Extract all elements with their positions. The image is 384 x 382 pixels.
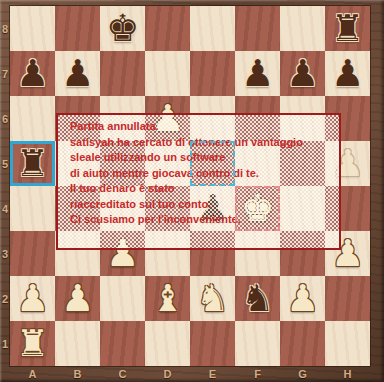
square-c8[interactable]: ♚ (100, 6, 145, 51)
square-b8[interactable] (55, 6, 100, 51)
piece-black-rook[interactable]: ♜ (325, 6, 370, 51)
square-g7[interactable]: ♟ (280, 51, 325, 96)
message-line: Partita annullata. (70, 119, 339, 135)
rank-label-3: 3 (0, 231, 10, 276)
piece-black-rook[interactable]: ♜ (10, 141, 55, 186)
square-f1[interactable] (235, 321, 280, 366)
square-g2[interactable]: ♟ (280, 276, 325, 321)
file-label-d: D (145, 365, 190, 382)
square-e1[interactable] (190, 321, 235, 366)
square-c2[interactable] (100, 276, 145, 321)
square-f8[interactable] (235, 6, 280, 51)
square-b1[interactable] (55, 321, 100, 366)
square-h1[interactable] (325, 321, 370, 366)
file-labels: ABCDEFGH (10, 365, 370, 382)
square-d1[interactable] (145, 321, 190, 366)
game-annulled-message: Partita annullata. satisyah ha cercato d… (56, 113, 341, 250)
square-h7[interactable]: ♟ (325, 51, 370, 96)
message-line: riaccreditato sul tuo conto. (70, 197, 339, 213)
message-line: Il tuo denaro è stato (70, 181, 339, 197)
rank-label-6: 6 (0, 96, 10, 141)
square-c7[interactable] (100, 51, 145, 96)
square-d7[interactable] (145, 51, 190, 96)
rank-label-4: 4 (0, 186, 10, 231)
rank-label-1: 1 (0, 321, 10, 366)
square-e7[interactable] (190, 51, 235, 96)
square-h8[interactable]: ♜ (325, 6, 370, 51)
square-a8[interactable] (10, 6, 55, 51)
file-label-c: C (100, 365, 145, 382)
square-a6[interactable] (10, 96, 55, 141)
square-g1[interactable] (280, 321, 325, 366)
message-line: Ci scusiamo per l'inconveniente. (70, 212, 339, 228)
square-d2[interactable]: ♝ (145, 276, 190, 321)
square-f7[interactable]: ♟ (235, 51, 280, 96)
rank-label-2: 2 (0, 276, 10, 321)
square-g8[interactable] (280, 6, 325, 51)
message-line: di aiuto mentre giocava contro di te. (70, 166, 339, 182)
piece-white-rook[interactable]: ♜ (10, 321, 55, 366)
piece-black-pawn[interactable]: ♟ (235, 51, 280, 96)
message-line: sleale utilizzando un software (70, 150, 339, 166)
file-label-e: E (190, 365, 235, 382)
file-label-g: G (280, 365, 325, 382)
piece-white-pawn[interactable]: ♟ (55, 276, 100, 321)
square-c1[interactable] (100, 321, 145, 366)
square-e8[interactable] (190, 6, 235, 51)
square-a2[interactable]: ♟ (10, 276, 55, 321)
square-d8[interactable] (145, 6, 190, 51)
file-label-f: F (235, 365, 280, 382)
square-a5[interactable]: ♜ (10, 141, 55, 186)
square-e2[interactable]: ♞ (190, 276, 235, 321)
piece-black-pawn[interactable]: ♟ (10, 51, 55, 96)
piece-black-knight[interactable]: ♞ (235, 276, 280, 321)
square-h2[interactable] (325, 276, 370, 321)
piece-white-pawn[interactable]: ♟ (280, 276, 325, 321)
piece-white-pawn[interactable]: ♟ (10, 276, 55, 321)
piece-black-pawn[interactable]: ♟ (280, 51, 325, 96)
piece-black-pawn[interactable]: ♟ (55, 51, 100, 96)
rank-label-5: 5 (0, 141, 10, 186)
square-f2[interactable]: ♞ (235, 276, 280, 321)
square-a4[interactable] (10, 186, 55, 231)
file-label-b: B (55, 365, 100, 382)
square-b2[interactable]: ♟ (55, 276, 100, 321)
piece-black-pawn[interactable]: ♟ (325, 51, 370, 96)
square-a1[interactable]: ♜ (10, 321, 55, 366)
piece-white-knight[interactable]: ♞ (190, 276, 235, 321)
rank-label-8: 8 (0, 6, 10, 51)
square-a7[interactable]: ♟ (10, 51, 55, 96)
rank-label-7: 7 (0, 51, 10, 96)
square-a3[interactable] (10, 231, 55, 276)
message-line: satisyah ha cercato di ottenere un vanta… (70, 135, 339, 151)
file-label-h: H (325, 365, 370, 382)
piece-black-king[interactable]: ♚ (100, 6, 145, 51)
rank-labels: 87654321 (0, 6, 10, 366)
square-b7[interactable]: ♟ (55, 51, 100, 96)
file-label-a: A (10, 365, 55, 382)
piece-white-bishop[interactable]: ♝ (145, 276, 190, 321)
